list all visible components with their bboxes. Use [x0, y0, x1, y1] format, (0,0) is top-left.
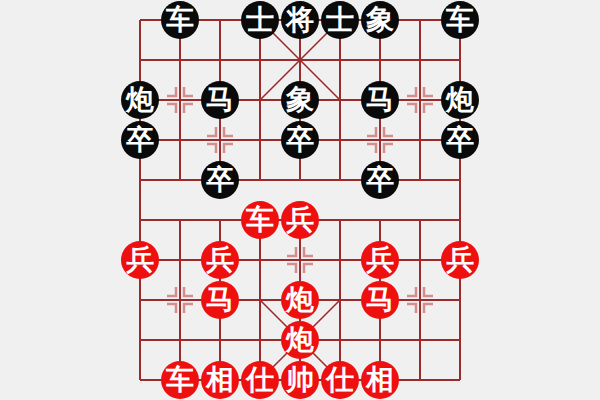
board-point[interactable] [360, 200, 400, 240]
piece-glyph: 仕 [246, 361, 274, 399]
board-point[interactable]: 卒 [280, 120, 320, 160]
piece-red-chariot[interactable]: 车 [241, 201, 279, 239]
board-point[interactable] [120, 320, 160, 360]
piece-black-soldier[interactable]: 卒 [201, 161, 239, 199]
piece-glyph: 士 [246, 1, 274, 39]
board-point[interactable] [360, 40, 400, 80]
board-point[interactable] [160, 320, 200, 360]
board-point[interactable]: 马 [360, 80, 400, 120]
board-point[interactable]: 炮 [440, 80, 480, 120]
board-point[interactable] [240, 80, 280, 120]
piece-glyph: 卒 [286, 121, 314, 159]
board-point[interactable]: 相 [360, 360, 400, 400]
piece-glyph: 士 [326, 1, 354, 39]
board-point[interactable] [120, 200, 160, 240]
board-point[interactable] [240, 240, 280, 280]
board-point[interactable] [120, 0, 160, 40]
piece-red-soldier[interactable]: 兵 [441, 241, 479, 279]
piece-red-general[interactable]: 帅 [281, 361, 319, 399]
board-point[interactable] [440, 360, 480, 400]
board-point[interactable] [240, 40, 280, 80]
board-point[interactable] [320, 280, 360, 320]
xiangqi-board-diagram: 车士将士象车炮马象马炮卒卒卒卒卒车兵兵兵兵兵马炮马炮车相仕帅仕相 [0, 0, 600, 400]
board-point[interactable] [200, 200, 240, 240]
xiangqi-board: 车士将士象车炮马象马炮卒卒卒卒卒车兵兵兵兵兵马炮马炮车相仕帅仕相 [120, 0, 480, 400]
piece-red-soldier[interactable]: 兵 [281, 201, 319, 239]
piece-red-horse[interactable]: 马 [201, 281, 239, 319]
piece-red-soldier[interactable]: 兵 [121, 241, 159, 279]
board-point[interactable]: 卒 [360, 160, 400, 200]
piece-black-horse[interactable]: 马 [361, 81, 399, 119]
piece-black-cannon[interactable]: 炮 [121, 81, 159, 119]
piece-glyph: 卒 [446, 121, 474, 159]
piece-black-elephant[interactable]: 象 [361, 1, 399, 39]
piece-glyph: 象 [366, 1, 394, 39]
piece-glyph: 兵 [126, 241, 154, 279]
board-point[interactable] [400, 240, 440, 280]
piece-glyph: 卒 [206, 161, 234, 199]
piece-glyph: 卒 [366, 161, 394, 199]
board-point[interactable]: 卒 [440, 120, 480, 160]
board-point[interactable]: 士 [320, 0, 360, 40]
piece-red-soldier[interactable]: 兵 [201, 241, 239, 279]
piece-glyph: 兵 [286, 201, 314, 239]
piece-glyph: 马 [206, 281, 234, 319]
board-point[interactable] [120, 360, 160, 400]
board-point[interactable] [400, 200, 440, 240]
board-point[interactable] [160, 120, 200, 160]
board-point[interactable] [320, 240, 360, 280]
board-point[interactable] [200, 320, 240, 360]
piece-glyph: 兵 [206, 241, 234, 279]
piece-glyph: 象 [286, 81, 314, 119]
piece-glyph: 炮 [286, 281, 314, 319]
board-point[interactable] [400, 80, 440, 120]
board-point[interactable]: 马 [200, 280, 240, 320]
board-point[interactable] [400, 40, 440, 80]
piece-glyph: 仕 [326, 361, 354, 399]
board-point[interactable]: 车 [240, 200, 280, 240]
piece-black-soldier[interactable]: 卒 [441, 121, 479, 159]
board-point[interactable] [120, 280, 160, 320]
board-point[interactable] [160, 280, 200, 320]
board-point[interactable] [240, 280, 280, 320]
board-point[interactable] [440, 320, 480, 360]
board-point[interactable] [240, 120, 280, 160]
piece-red-horse[interactable]: 马 [361, 281, 399, 319]
board-point[interactable] [320, 40, 360, 80]
board-point[interactable]: 士 [240, 0, 280, 40]
piece-black-soldier[interactable]: 卒 [281, 121, 319, 159]
piece-glyph: 相 [366, 361, 394, 399]
board-point[interactable]: 卒 [200, 160, 240, 200]
piece-red-cannon[interactable]: 炮 [281, 321, 319, 359]
board-point[interactable]: 马 [200, 80, 240, 120]
board-point[interactable] [440, 40, 480, 80]
board-point[interactable] [320, 120, 360, 160]
piece-glyph: 兵 [366, 241, 394, 279]
board-point[interactable]: 兵 [200, 240, 240, 280]
piece-glyph: 马 [206, 81, 234, 119]
board-point[interactable]: 相 [200, 360, 240, 400]
board-point[interactable] [320, 320, 360, 360]
board-point[interactable]: 炮 [280, 280, 320, 320]
piece-glyph: 车 [446, 1, 474, 39]
board-point[interactable] [160, 240, 200, 280]
piece-red-elephant[interactable]: 相 [361, 361, 399, 399]
piece-glyph: 炮 [126, 81, 154, 119]
board-point[interactable]: 炮 [280, 320, 320, 360]
piece-glyph: 车 [166, 1, 194, 39]
board-point[interactable] [200, 120, 240, 160]
board-point[interactable] [360, 320, 400, 360]
piece-glyph: 炮 [446, 81, 474, 119]
board-point[interactable]: 马 [360, 280, 400, 320]
board-point[interactable]: 帅 [280, 360, 320, 400]
piece-glyph: 马 [366, 81, 394, 119]
board-point[interactable] [120, 40, 160, 80]
board-point[interactable]: 仕 [240, 360, 280, 400]
piece-glyph: 车 [166, 361, 194, 399]
board-point[interactable] [360, 120, 400, 160]
piece-red-elephant[interactable]: 相 [201, 361, 239, 399]
board-point[interactable] [160, 200, 200, 240]
board-point[interactable] [400, 360, 440, 400]
piece-black-chariot[interactable]: 车 [441, 1, 479, 39]
board-point[interactable] [320, 80, 360, 120]
piece-red-cannon[interactable]: 炮 [281, 281, 319, 319]
piece-red-chariot[interactable]: 车 [161, 361, 199, 399]
board-point[interactable] [400, 280, 440, 320]
board-point[interactable] [280, 160, 320, 200]
board-point[interactable]: 车 [160, 0, 200, 40]
board-point[interactable] [120, 160, 160, 200]
board-point[interactable] [200, 40, 240, 80]
board-point[interactable] [440, 280, 480, 320]
board-point[interactable] [400, 320, 440, 360]
piece-black-advisor[interactable]: 士 [321, 1, 359, 39]
board-point[interactable] [240, 320, 280, 360]
board-point[interactable] [400, 160, 440, 200]
board-point[interactable]: 车 [440, 0, 480, 40]
piece-glyph: 卒 [126, 121, 154, 159]
board-point[interactable]: 兵 [120, 240, 160, 280]
board-point[interactable] [240, 160, 280, 200]
board-point[interactable] [440, 200, 480, 240]
piece-black-soldier[interactable]: 卒 [361, 161, 399, 199]
piece-glyph: 相 [206, 361, 234, 399]
board-point[interactable] [400, 120, 440, 160]
piece-black-chariot[interactable]: 车 [161, 1, 199, 39]
piece-black-advisor[interactable]: 士 [241, 1, 279, 39]
board-point[interactable] [160, 40, 200, 80]
board-point[interactable]: 兵 [360, 240, 400, 280]
piece-black-soldier[interactable]: 卒 [121, 121, 159, 159]
board-point[interactable]: 象 [360, 0, 400, 40]
board-point[interactable] [200, 0, 240, 40]
board-point[interactable] [280, 240, 320, 280]
piece-glyph: 车 [246, 201, 274, 239]
board-point[interactable] [160, 160, 200, 200]
board-point[interactable] [440, 160, 480, 200]
piece-black-horse[interactable]: 马 [201, 81, 239, 119]
piece-red-advisor[interactable]: 仕 [241, 361, 279, 399]
board-point[interactable]: 兵 [440, 240, 480, 280]
board-point[interactable] [280, 40, 320, 80]
board-point[interactable] [320, 200, 360, 240]
piece-glyph: 马 [366, 281, 394, 319]
piece-black-general[interactable]: 将 [281, 1, 319, 39]
piece-glyph: 炮 [286, 321, 314, 359]
board-point[interactable] [320, 160, 360, 200]
piece-glyph: 将 [286, 1, 314, 39]
piece-glyph: 帅 [286, 361, 314, 399]
board-point[interactable] [400, 0, 440, 40]
piece-glyph: 兵 [446, 241, 474, 279]
board-point[interactable]: 炮 [120, 80, 160, 120]
board-point[interactable]: 仕 [320, 360, 360, 400]
board-point[interactable] [160, 80, 200, 120]
board-point[interactable]: 卒 [120, 120, 160, 160]
board-point[interactable]: 兵 [280, 200, 320, 240]
board-point[interactable]: 将 [280, 0, 320, 40]
piece-black-elephant[interactable]: 象 [281, 81, 319, 119]
board-point[interactable]: 车 [160, 360, 200, 400]
board-point[interactable]: 象 [280, 80, 320, 120]
piece-black-cannon[interactable]: 炮 [441, 81, 479, 119]
piece-red-advisor[interactable]: 仕 [321, 361, 359, 399]
piece-red-soldier[interactable]: 兵 [361, 241, 399, 279]
